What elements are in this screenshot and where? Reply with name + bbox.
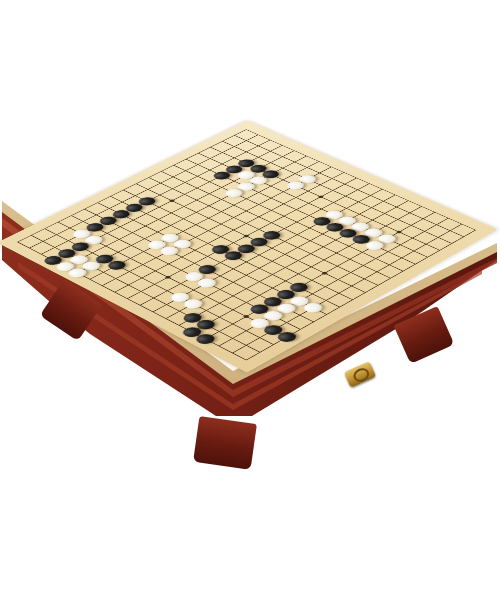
- star-point: [243, 315, 250, 319]
- white-stone[interactable]: [170, 238, 194, 250]
- white-stone[interactable]: [65, 267, 90, 280]
- product-photo-go-table-board: [0, 0, 500, 600]
- white-stone[interactable]: [260, 309, 285, 322]
- black-stone[interactable]: [180, 311, 205, 324]
- white-stone[interactable]: [53, 260, 77, 272]
- star-point: [168, 199, 175, 202]
- black-stone[interactable]: [93, 253, 117, 265]
- black-stone[interactable]: [209, 243, 233, 255]
- white-stone[interactable]: [79, 260, 103, 272]
- white-stone[interactable]: [274, 302, 299, 315]
- black-stone[interactable]: [274, 330, 300, 344]
- go-board[interactable]: [0, 120, 498, 372]
- black-stone[interactable]: [247, 303, 272, 316]
- black-stone[interactable]: [234, 243, 258, 255]
- board-3d-scene: [0, 0, 500, 600]
- white-stone[interactable]: [247, 317, 272, 330]
- black-stone[interactable]: [193, 332, 219, 346]
- star-point: [396, 230, 403, 234]
- white-stone[interactable]: [168, 291, 193, 304]
- black-stone[interactable]: [195, 263, 220, 276]
- black-stone[interactable]: [287, 281, 312, 294]
- star-point: [164, 275, 171, 279]
- white-stone[interactable]: [158, 232, 182, 244]
- star-point: [243, 234, 250, 238]
- board-grid[interactable]: [17, 129, 476, 360]
- black-stone[interactable]: [55, 247, 79, 259]
- white-stone[interactable]: [181, 297, 206, 310]
- black-stone[interactable]: [68, 241, 92, 253]
- white-stone[interactable]: [363, 239, 387, 251]
- white-stone[interactable]: [195, 277, 220, 290]
- black-stone[interactable]: [349, 233, 373, 245]
- black-stone[interactable]: [193, 318, 218, 331]
- white-stone[interactable]: [157, 245, 181, 257]
- white-stone[interactable]: [145, 239, 169, 251]
- black-stone[interactable]: [179, 325, 205, 339]
- white-stone[interactable]: [182, 270, 207, 283]
- black-stone[interactable]: [105, 259, 129, 271]
- black-stone[interactable]: [260, 295, 285, 308]
- black-stone[interactable]: [41, 254, 65, 266]
- black-stone[interactable]: [273, 288, 298, 301]
- white-stone[interactable]: [67, 254, 91, 266]
- board-tilt-wrapper: [0, 0, 500, 600]
- black-stone[interactable]: [261, 323, 287, 337]
- black-stone[interactable]: [247, 236, 271, 248]
- star-point: [321, 271, 328, 275]
- white-stone[interactable]: [300, 301, 325, 314]
- star-point: [317, 195, 324, 198]
- white-stone[interactable]: [375, 233, 399, 245]
- black-stone[interactable]: [221, 250, 245, 262]
- white-stone[interactable]: [287, 295, 312, 308]
- black-stone[interactable]: [260, 229, 284, 241]
